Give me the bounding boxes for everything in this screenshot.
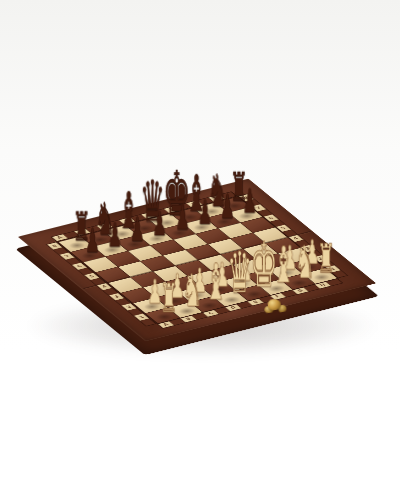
piece-black-pawn-b7[interactable]: ♟ [108, 218, 121, 251]
piece-black-pawn-h7[interactable]: ♟ [242, 184, 255, 217]
piece-black-rook-a8[interactable]: ♜ [73, 207, 86, 247]
piece-white-knight-b1[interactable]: ♞ [182, 268, 195, 313]
piece-white-pawn-a2[interactable]: ♟ [147, 275, 160, 308]
piece-white-rook-h1[interactable]: ♜ [317, 239, 330, 279]
piece-black-pawn-a7[interactable]: ♟ [85, 224, 98, 257]
piece-black-pawn-d7[interactable]: ♟ [153, 207, 166, 240]
brass-clasp [263, 296, 287, 317]
piece-black-pawn-f7[interactable]: ♟ [197, 196, 210, 229]
product-photo: ABCDEFGH ABCDEFGH 87654321 87654321 ♜♞♝♛… [0, 0, 400, 500]
piece-black-pawn-c7[interactable]: ♟ [130, 213, 143, 246]
piece-white-rook-a1[interactable]: ♜ [160, 279, 173, 319]
piece-white-knight-g1[interactable]: ♞ [295, 240, 308, 285]
piece-white-queen-d1[interactable]: ♛ [227, 245, 240, 301]
piece-black-pawn-g7[interactable]: ♟ [220, 190, 233, 223]
piece-white-bishop-c1[interactable]: ♝ [205, 257, 218, 307]
border-tile [326, 279, 342, 286]
piece-black-pawn-e7[interactable]: ♟ [175, 201, 188, 234]
